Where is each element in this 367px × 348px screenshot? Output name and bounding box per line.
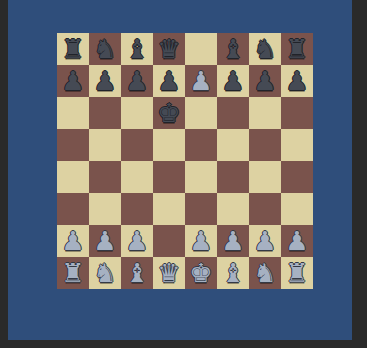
square-b4[interactable]	[89, 161, 121, 193]
square-a6[interactable]	[57, 97, 89, 129]
square-f8[interactable]: ♝	[217, 33, 249, 65]
square-b3[interactable]	[89, 193, 121, 225]
piece-white-bishop[interactable]: ♝	[217, 257, 249, 289]
square-c3[interactable]	[121, 193, 153, 225]
piece-white-pawn[interactable]: ♟	[185, 225, 217, 257]
piece-white-queen[interactable]: ♛	[153, 257, 185, 289]
piece-white-rook[interactable]: ♜	[57, 257, 89, 289]
piece-white-pawn[interactable]: ♟	[249, 225, 281, 257]
piece-black-bishop[interactable]: ♝	[121, 33, 153, 65]
piece-black-knight[interactable]: ♞	[89, 33, 121, 65]
piece-black-knight[interactable]: ♞	[249, 33, 281, 65]
square-d2[interactable]	[153, 225, 185, 257]
square-c4[interactable]	[121, 161, 153, 193]
square-f1[interactable]: ♝	[217, 257, 249, 289]
square-e1[interactable]: ♚	[185, 257, 217, 289]
square-g5[interactable]	[249, 129, 281, 161]
piece-black-pawn[interactable]: ♟	[57, 65, 89, 97]
piece-black-queen[interactable]: ♛	[153, 33, 185, 65]
piece-white-pawn[interactable]: ♟	[217, 225, 249, 257]
square-f4[interactable]	[217, 161, 249, 193]
square-c6[interactable]	[121, 97, 153, 129]
chess-app-window: ♜♞♝♛♝♞♜♟♟♟♟♟♟♟♟♚♟♟♟♟♟♟♟♜♞♝♛♚♝♞♜	[8, 0, 352, 340]
piece-white-pawn[interactable]: ♟	[121, 225, 153, 257]
square-g3[interactable]	[249, 193, 281, 225]
square-e6[interactable]	[185, 97, 217, 129]
square-e2[interactable]: ♟	[185, 225, 217, 257]
piece-white-bishop[interactable]: ♝	[121, 257, 153, 289]
square-d8[interactable]: ♛	[153, 33, 185, 65]
piece-white-pawn[interactable]: ♟	[89, 225, 121, 257]
square-d5[interactable]	[153, 129, 185, 161]
piece-white-knight[interactable]: ♞	[249, 257, 281, 289]
square-e4[interactable]	[185, 161, 217, 193]
piece-black-bishop[interactable]: ♝	[217, 33, 249, 65]
square-a5[interactable]	[57, 129, 89, 161]
piece-black-pawn[interactable]: ♟	[281, 65, 313, 97]
square-h6[interactable]	[281, 97, 313, 129]
square-f7[interactable]: ♟	[217, 65, 249, 97]
square-a7[interactable]: ♟	[57, 65, 89, 97]
square-e5[interactable]	[185, 129, 217, 161]
square-a4[interactable]	[57, 161, 89, 193]
square-g6[interactable]	[249, 97, 281, 129]
square-f3[interactable]	[217, 193, 249, 225]
piece-white-king[interactable]: ♚	[185, 257, 217, 289]
square-a2[interactable]: ♟	[57, 225, 89, 257]
square-b2[interactable]: ♟	[89, 225, 121, 257]
square-f6[interactable]	[217, 97, 249, 129]
square-g1[interactable]: ♞	[249, 257, 281, 289]
square-c2[interactable]: ♟	[121, 225, 153, 257]
piece-black-king[interactable]: ♚	[153, 97, 185, 129]
square-c5[interactable]	[121, 129, 153, 161]
piece-black-pawn[interactable]: ♟	[121, 65, 153, 97]
square-h1[interactable]: ♜	[281, 257, 313, 289]
square-a1[interactable]: ♜	[57, 257, 89, 289]
square-g8[interactable]: ♞	[249, 33, 281, 65]
square-f2[interactable]: ♟	[217, 225, 249, 257]
square-b5[interactable]	[89, 129, 121, 161]
square-h8[interactable]: ♜	[281, 33, 313, 65]
square-d4[interactable]	[153, 161, 185, 193]
square-a3[interactable]	[57, 193, 89, 225]
square-c7[interactable]: ♟	[121, 65, 153, 97]
piece-white-pawn[interactable]: ♟	[281, 225, 313, 257]
square-e7[interactable]: ♟	[185, 65, 217, 97]
square-b8[interactable]: ♞	[89, 33, 121, 65]
square-a8[interactable]: ♜	[57, 33, 89, 65]
piece-black-pawn[interactable]: ♟	[217, 65, 249, 97]
piece-black-pawn[interactable]: ♟	[89, 65, 121, 97]
square-b6[interactable]	[89, 97, 121, 129]
desktop-background: ♜♞♝♛♝♞♜♟♟♟♟♟♟♟♟♚♟♟♟♟♟♟♟♜♞♝♛♚♝♞♜	[0, 0, 367, 348]
piece-white-rook[interactable]: ♜	[281, 257, 313, 289]
square-g2[interactable]: ♟	[249, 225, 281, 257]
square-h4[interactable]	[281, 161, 313, 193]
piece-white-knight[interactable]: ♞	[89, 257, 121, 289]
square-h3[interactable]	[281, 193, 313, 225]
piece-white-pawn[interactable]: ♟	[185, 65, 217, 97]
square-c8[interactable]: ♝	[121, 33, 153, 65]
square-g7[interactable]: ♟	[249, 65, 281, 97]
piece-white-pawn[interactable]: ♟	[57, 225, 89, 257]
square-c1[interactable]: ♝	[121, 257, 153, 289]
square-h2[interactable]: ♟	[281, 225, 313, 257]
piece-black-pawn[interactable]: ♟	[249, 65, 281, 97]
square-d3[interactable]	[153, 193, 185, 225]
square-f5[interactable]	[217, 129, 249, 161]
square-d6[interactable]: ♚	[153, 97, 185, 129]
square-g4[interactable]	[249, 161, 281, 193]
square-h7[interactable]: ♟	[281, 65, 313, 97]
piece-black-rook[interactable]: ♜	[57, 33, 89, 65]
square-b7[interactable]: ♟	[89, 65, 121, 97]
piece-black-pawn[interactable]: ♟	[153, 65, 185, 97]
piece-black-rook[interactable]: ♜	[281, 33, 313, 65]
square-h5[interactable]	[281, 129, 313, 161]
chess-board: ♜♞♝♛♝♞♜♟♟♟♟♟♟♟♟♚♟♟♟♟♟♟♟♜♞♝♛♚♝♞♜	[57, 33, 313, 289]
square-b1[interactable]: ♞	[89, 257, 121, 289]
square-d1[interactable]: ♛	[153, 257, 185, 289]
square-d7[interactable]: ♟	[153, 65, 185, 97]
square-e3[interactable]	[185, 193, 217, 225]
square-e8[interactable]	[185, 33, 217, 65]
